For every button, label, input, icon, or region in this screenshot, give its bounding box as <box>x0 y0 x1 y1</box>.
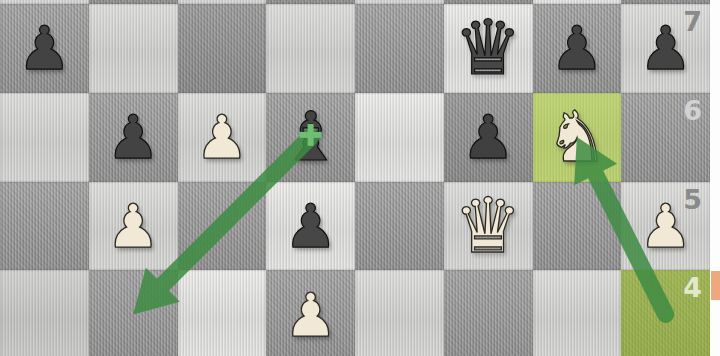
square-b6[interactable]: ♟ <box>89 93 178 182</box>
square-f7[interactable]: ♛ <box>444 4 533 93</box>
piece-black-pawn-b6[interactable]: ♟ <box>89 93 178 182</box>
square-c4[interactable] <box>178 270 267 356</box>
square-b7[interactable] <box>89 4 178 93</box>
square-g6[interactable]: ♞ <box>533 93 622 182</box>
board-grid: ♟♛♟♟7♟♟♝♟♞6♟♟♛♟5♟4 <box>0 0 710 356</box>
square-a7[interactable]: ♟ <box>0 4 89 93</box>
square-f6[interactable]: ♟ <box>444 93 533 182</box>
square-h7[interactable]: ♟7 <box>621 4 710 93</box>
square-g5[interactable] <box>533 182 622 271</box>
piece-black-pawn-a7[interactable]: ♟ <box>0 4 89 93</box>
piece-white-knight-g6[interactable]: ♞ <box>533 93 622 182</box>
piece-white-pawn-d4[interactable]: ♟ <box>266 270 355 356</box>
square-g7[interactable]: ♟ <box>533 4 622 93</box>
piece-white-queen-f5[interactable]: ♛ <box>444 182 533 271</box>
piece-black-pawn-f6[interactable]: ♟ <box>444 93 533 182</box>
square-e5[interactable] <box>355 182 444 271</box>
square-e6[interactable] <box>355 93 444 182</box>
piece-white-pawn-c6[interactable]: ♟ <box>178 93 267 182</box>
rank-label-5: 5 <box>683 184 702 216</box>
rank-label-4: 4 <box>683 272 702 304</box>
square-b5[interactable]: ♟ <box>89 182 178 271</box>
piece-black-queen-f7[interactable]: ♛ <box>444 4 533 93</box>
square-d6[interactable]: ♝ <box>266 93 355 182</box>
square-a5[interactable] <box>0 182 89 271</box>
piece-white-pawn-b5[interactable]: ♟ <box>89 182 178 271</box>
rank-label-6: 6 <box>683 95 702 127</box>
piece-black-pawn-g7[interactable]: ♟ <box>533 4 622 93</box>
square-g4[interactable] <box>533 270 622 356</box>
rank-label-7: 7 <box>683 6 702 38</box>
square-c6[interactable]: ♟ <box>178 93 267 182</box>
chess-app-screenshot: ♟♛♟♟7♟♟♝♟♞6♟♟♛♟5♟4 <box>0 0 720 356</box>
square-c7[interactable] <box>178 4 267 93</box>
side-ui-orange-fragment <box>711 271 720 300</box>
square-a6[interactable] <box>0 93 89 182</box>
square-d5[interactable]: ♟ <box>266 182 355 271</box>
square-h4[interactable]: 4 <box>621 270 710 356</box>
square-d7[interactable] <box>266 4 355 93</box>
square-d4[interactable]: ♟ <box>266 270 355 356</box>
square-h6[interactable]: 6 <box>621 93 710 182</box>
square-e7[interactable] <box>355 4 444 93</box>
square-b4[interactable] <box>89 270 178 356</box>
square-a4[interactable] <box>0 270 89 356</box>
board-viewport: ♟♛♟♟7♟♟♝♟♞6♟♟♛♟5♟4 <box>0 0 710 356</box>
page-gutter <box>710 0 720 356</box>
piece-black-pawn-d5[interactable]: ♟ <box>266 182 355 271</box>
chess-board: ♟♛♟♟7♟♟♝♟♞6♟♟♛♟5♟4 <box>0 0 710 356</box>
square-c5[interactable] <box>178 182 267 271</box>
square-f4[interactable] <box>444 270 533 356</box>
square-h5[interactable]: ♟5 <box>621 182 710 271</box>
piece-black-bishop-d6[interactable]: ♝ <box>266 93 355 182</box>
square-f5[interactable]: ♛ <box>444 182 533 271</box>
square-e4[interactable] <box>355 270 444 356</box>
